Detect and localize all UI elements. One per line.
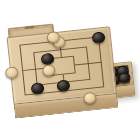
grid-cell: [31, 93, 45, 99]
product-photo: [0, 0, 140, 140]
point-d1[interactable]: [58, 90, 72, 96]
tray-handle-notch: [25, 26, 35, 30]
game-box: [0, 14, 140, 121]
point-g1[interactable]: [98, 86, 112, 92]
grid-cell: [45, 92, 59, 98]
morris-board: [19, 36, 104, 95]
grid-cell: [71, 89, 85, 95]
point-a1[interactable]: [18, 95, 32, 101]
black-piece-drawer-4[interactable]: [118, 72, 131, 84]
morris-grid: [12, 31, 111, 100]
